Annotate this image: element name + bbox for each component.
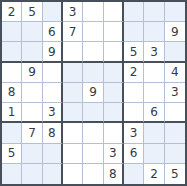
cell-r1c5[interactable] [83,2,103,22]
cell-r7c1[interactable] [2,123,22,143]
cell-r7c4[interactable] [63,123,83,143]
cell-r7c2[interactable]: 7 [22,123,42,143]
cell-r1c6[interactable] [104,2,124,22]
cell-r8c7[interactable]: 6 [124,144,144,164]
cell-r2c3[interactable]: 6 [43,22,63,42]
cell-r5c3[interactable] [43,83,63,103]
cell-r3c3[interactable]: 9 [43,42,63,62]
cell-r5c9[interactable]: 3 [165,83,185,103]
cell-r2c6[interactable] [104,22,124,42]
cell-r9c9[interactable]: 5 [165,164,185,184]
cell-r6c8[interactable]: 6 [144,103,164,123]
cell-r5c7[interactable] [124,83,144,103]
cell-r8c3[interactable] [43,144,63,164]
sudoku-board: 253679953924893136783536825 [0,0,187,186]
cell-r1c7[interactable] [124,2,144,22]
cell-r2c9[interactable]: 9 [165,22,185,42]
cell-r4c7[interactable]: 2 [124,63,144,83]
cell-r4c4[interactable] [63,63,83,83]
cell-r1c3[interactable] [43,2,63,22]
cell-r4c3[interactable] [43,63,63,83]
cell-r7c6[interactable] [104,123,124,143]
cell-r2c8[interactable] [144,22,164,42]
cell-r5c1[interactable]: 8 [2,83,22,103]
cell-r1c4[interactable]: 3 [63,2,83,22]
cell-r6c3[interactable]: 3 [43,103,63,123]
cell-r3c7[interactable]: 5 [124,42,144,62]
cell-r6c6[interactable] [104,103,124,123]
cell-r8c6[interactable]: 3 [104,144,124,164]
cell-r7c8[interactable] [144,123,164,143]
cell-r2c7[interactable] [124,22,144,42]
cell-r4c2[interactable]: 9 [22,63,42,83]
cell-r6c1[interactable]: 1 [2,103,22,123]
cell-r5c5[interactable]: 9 [83,83,103,103]
cell-r5c6[interactable] [104,83,124,103]
cell-r9c3[interactable] [43,164,63,184]
cell-r7c5[interactable] [83,123,103,143]
cell-r2c2[interactable] [22,22,42,42]
cell-r3c4[interactable] [63,42,83,62]
cell-r9c4[interactable] [63,164,83,184]
cell-r3c2[interactable] [22,42,42,62]
cell-r4c6[interactable] [104,63,124,83]
cell-r1c1[interactable]: 2 [2,2,22,22]
cell-r6c4[interactable] [63,103,83,123]
cell-r2c4[interactable]: 7 [63,22,83,42]
cell-r4c8[interactable] [144,63,164,83]
cell-r8c8[interactable] [144,144,164,164]
cell-r4c5[interactable] [83,63,103,83]
cell-r9c2[interactable] [22,164,42,184]
cell-r9c5[interactable] [83,164,103,184]
cell-r3c5[interactable] [83,42,103,62]
cell-r1c2[interactable]: 5 [22,2,42,22]
cell-r5c4[interactable] [63,83,83,103]
cell-r1c9[interactable] [165,2,185,22]
cell-r6c5[interactable] [83,103,103,123]
cell-r3c8[interactable]: 3 [144,42,164,62]
cell-r5c8[interactable] [144,83,164,103]
cell-r7c7[interactable]: 3 [124,123,144,143]
cell-r3c6[interactable] [104,42,124,62]
cell-r7c9[interactable] [165,123,185,143]
cell-r8c2[interactable] [22,144,42,164]
cell-r8c4[interactable] [63,144,83,164]
cell-r4c1[interactable] [2,63,22,83]
cell-r6c2[interactable] [22,103,42,123]
cell-r1c8[interactable] [144,2,164,22]
cell-r8c9[interactable] [165,144,185,164]
cell-r9c6[interactable]: 8 [104,164,124,184]
cell-r3c1[interactable] [2,42,22,62]
cell-r2c5[interactable] [83,22,103,42]
cell-r2c1[interactable] [2,22,22,42]
cell-r8c5[interactable] [83,144,103,164]
cell-r8c1[interactable]: 5 [2,144,22,164]
cell-r3c9[interactable] [165,42,185,62]
cell-r9c7[interactable] [124,164,144,184]
cell-r4c9[interactable]: 4 [165,63,185,83]
cell-r6c9[interactable] [165,103,185,123]
cell-r5c2[interactable] [22,83,42,103]
cell-r7c3[interactable]: 8 [43,123,63,143]
cell-r9c8[interactable]: 2 [144,164,164,184]
cell-r9c1[interactable] [2,164,22,184]
cell-r6c7[interactable] [124,103,144,123]
